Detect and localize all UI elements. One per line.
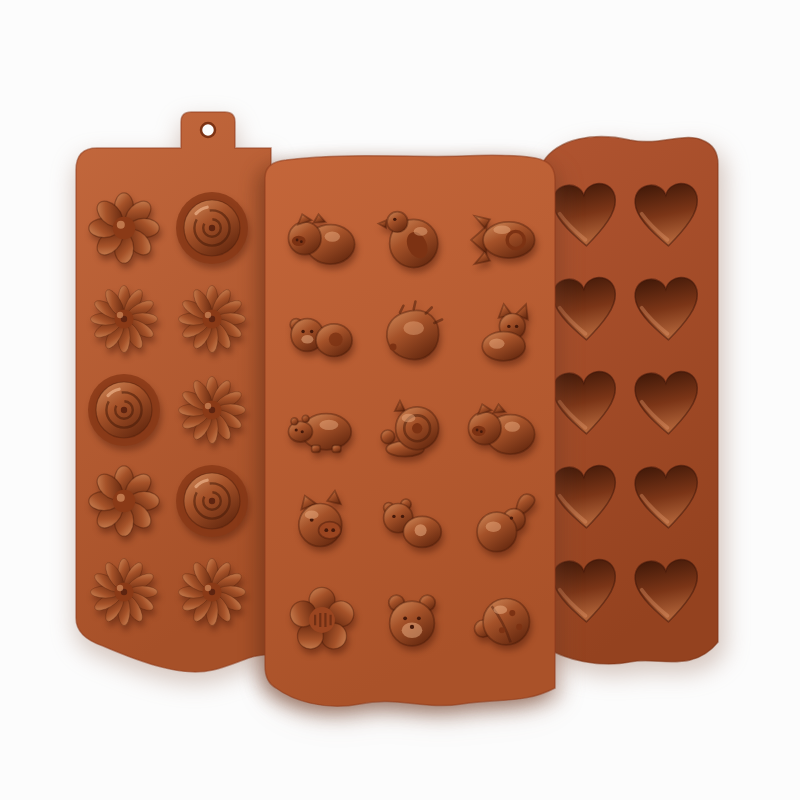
cavity-pig bbox=[277, 192, 367, 287]
pigface-shape-icon bbox=[279, 482, 365, 568]
cavity-panda bbox=[367, 477, 457, 572]
cavity-bunny bbox=[457, 477, 547, 572]
bear-shape-icon bbox=[369, 577, 455, 663]
cavity-daisy bbox=[168, 546, 256, 637]
cavity-hippo bbox=[277, 382, 367, 477]
cavity-rose bbox=[168, 182, 256, 273]
cavity-pig bbox=[457, 382, 547, 477]
heart-shape-icon bbox=[627, 459, 707, 539]
cavity-daisy bbox=[80, 273, 168, 364]
cavity-flower8 bbox=[80, 455, 168, 546]
animal-mold-cavity-grid bbox=[277, 192, 547, 667]
cavity-monkey bbox=[277, 287, 367, 382]
cavity-bear bbox=[367, 572, 457, 667]
daisy-shape-icon bbox=[172, 552, 252, 632]
daisy-shape-icon bbox=[84, 279, 164, 359]
cavity-fox bbox=[457, 287, 547, 382]
cavity-daisy bbox=[168, 273, 256, 364]
daisy-shape-icon bbox=[172, 279, 252, 359]
bunny-shape-icon bbox=[459, 482, 545, 568]
rocket-shape-icon bbox=[459, 197, 545, 283]
daisy-shape-icon bbox=[172, 370, 252, 450]
cavity-heart bbox=[626, 452, 708, 546]
fox-shape-icon bbox=[459, 292, 545, 378]
cavity-snail bbox=[367, 382, 457, 477]
flower-mold-cavity-grid bbox=[80, 182, 256, 637]
snail-shape-icon bbox=[369, 387, 455, 473]
product-photo-chocolate-molds bbox=[0, 0, 800, 800]
ladybug-shape-icon bbox=[459, 577, 545, 663]
flower8-shape-icon bbox=[84, 188, 164, 268]
cavity-flower bbox=[277, 572, 367, 667]
hang-hole bbox=[201, 123, 215, 137]
cavity-hedgehog bbox=[367, 287, 457, 382]
heart-shape-icon bbox=[627, 271, 707, 351]
cavity-heart bbox=[626, 264, 708, 358]
cavity-heart bbox=[626, 546, 708, 640]
rose-shape-icon bbox=[172, 188, 252, 268]
cavity-rose bbox=[168, 455, 256, 546]
bird-shape-icon bbox=[369, 197, 455, 283]
cavity-ladybug bbox=[457, 572, 547, 667]
heart-shape-icon bbox=[627, 365, 707, 445]
panda-shape-icon bbox=[369, 482, 455, 568]
cavity-rocket bbox=[457, 192, 547, 287]
pig-shape-icon bbox=[459, 387, 545, 473]
rose-shape-icon bbox=[172, 461, 252, 541]
cavity-heart bbox=[626, 170, 708, 264]
heart-shape-icon bbox=[627, 553, 707, 633]
hippo-shape-icon bbox=[279, 387, 365, 473]
cavity-daisy bbox=[168, 364, 256, 455]
rose-shape-icon bbox=[84, 370, 164, 450]
heart-mold-cavity-grid bbox=[544, 170, 708, 640]
cavity-heart bbox=[626, 358, 708, 452]
hedgehog-shape-icon bbox=[369, 292, 455, 378]
cavity-daisy bbox=[80, 546, 168, 637]
flower8-shape-icon bbox=[84, 461, 164, 541]
cavity-rose bbox=[80, 364, 168, 455]
cavity-flower8 bbox=[80, 182, 168, 273]
cavity-bird bbox=[367, 192, 457, 287]
heart-shape-icon bbox=[627, 177, 707, 257]
cavity-pigface bbox=[277, 477, 367, 572]
monkey-shape-icon bbox=[279, 292, 365, 378]
flower-shape-icon bbox=[279, 577, 365, 663]
pig-shape-icon bbox=[279, 197, 365, 283]
daisy-shape-icon bbox=[84, 552, 164, 632]
